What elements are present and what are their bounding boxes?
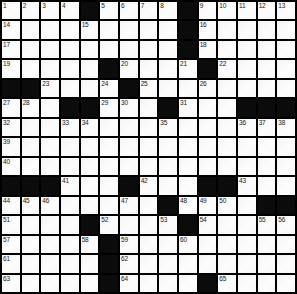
cell-r2c8[interactable]: [140, 21, 158, 38]
cell-r1c13[interactable]: 11: [238, 2, 256, 19]
cell-r3c14[interactable]: [258, 41, 276, 58]
cell-r1c7[interactable]: 6: [120, 2, 138, 19]
cell-r11c7[interactable]: 47: [120, 197, 138, 214]
cell-r15c1[interactable]: 63: [2, 275, 20, 292]
cell-r15c13[interactable]: [238, 275, 256, 292]
cell-r9c6[interactable]: [100, 158, 118, 175]
clue-number: 27: [3, 99, 10, 106]
cell-r13c15[interactable]: [277, 236, 295, 253]
cell-r5c4[interactable]: [61, 80, 79, 97]
clue-number: 54: [200, 216, 207, 223]
cell-r13c11[interactable]: [199, 236, 217, 253]
black-square-r6c5: [81, 99, 99, 116]
cell-r13c2[interactable]: [22, 236, 40, 253]
cell-r10c13[interactable]: 43: [238, 177, 256, 194]
cell-r5c12[interactable]: [218, 80, 236, 97]
cell-r7c1[interactable]: 32: [2, 119, 20, 136]
clue-number: 40: [3, 158, 10, 165]
clue-number: 60: [180, 236, 187, 243]
cell-r4c15[interactable]: [277, 60, 295, 77]
cell-r15c9[interactable]: [159, 275, 177, 292]
cell-r4c8[interactable]: [140, 60, 158, 77]
cell-r11c8[interactable]: [140, 197, 158, 214]
cell-r5c8[interactable]: 25: [140, 80, 158, 97]
clue-number: 26: [200, 80, 207, 87]
clue-number: 34: [82, 119, 89, 126]
cell-r11c10[interactable]: 48: [179, 197, 197, 214]
cell-r1c12[interactable]: 10: [218, 2, 236, 19]
black-square-r11c15: [277, 197, 295, 214]
black-square-r6c9: [159, 99, 177, 116]
cell-r8c11[interactable]: [199, 138, 217, 155]
cell-r1c15[interactable]: 13: [277, 2, 295, 19]
crossword-grid: 1234567891011121314151617181920212223242…: [0, 0, 297, 294]
cell-r3c3[interactable]: [41, 41, 59, 58]
cell-r3c9[interactable]: [159, 41, 177, 58]
cell-r9c8[interactable]: [140, 158, 158, 175]
clue-number: 35: [160, 119, 167, 126]
black-square-r12c5: [81, 216, 99, 233]
cell-r14c11[interactable]: [199, 255, 217, 272]
black-square-r3c10: [179, 41, 197, 58]
cell-r4c12[interactable]: 22: [218, 60, 236, 77]
cell-r5c6[interactable]: 24: [100, 80, 118, 97]
black-square-r1c10: [179, 2, 197, 19]
cell-r5c14[interactable]: [258, 80, 276, 97]
cell-r14c2[interactable]: [22, 255, 40, 272]
cell-r4c4[interactable]: [61, 60, 79, 77]
cell-r9c4[interactable]: [61, 158, 79, 175]
clue-number: 32: [3, 119, 10, 126]
clue-number: 29: [101, 99, 108, 106]
cell-r9c7[interactable]: [120, 158, 138, 175]
black-square-r10c2: [22, 177, 40, 194]
cell-r11c4[interactable]: [61, 197, 79, 214]
black-square-r13c6: [100, 236, 118, 253]
cell-r5c5[interactable]: [81, 80, 99, 97]
cell-r4c9[interactable]: [159, 60, 177, 77]
cell-r15c3[interactable]: [41, 275, 59, 292]
clue-number: 7: [141, 2, 144, 9]
cell-r5c13[interactable]: [238, 80, 256, 97]
cell-r15c7[interactable]: 64: [120, 275, 138, 292]
cell-r6c6[interactable]: 29: [100, 99, 118, 116]
clue-number: 50: [219, 197, 226, 204]
cell-r14c8[interactable]: [140, 255, 158, 272]
cell-r7c9[interactable]: 35: [159, 119, 177, 136]
cell-r8c14[interactable]: [258, 138, 276, 155]
cell-r4c7[interactable]: 20: [120, 60, 138, 77]
cell-r14c7[interactable]: 62: [120, 255, 138, 272]
cell-r8c9[interactable]: [159, 138, 177, 155]
cell-r3c12[interactable]: [218, 41, 236, 58]
clue-number: 42: [141, 177, 148, 184]
cell-r7c7[interactable]: [120, 119, 138, 136]
clue-number: 36: [239, 119, 246, 126]
cell-r10c10[interactable]: [179, 177, 197, 194]
black-square-r10c12: [218, 177, 236, 194]
cell-r7c11[interactable]: [199, 119, 217, 136]
clue-number: 46: [42, 197, 49, 204]
cell-r13c5[interactable]: 58: [81, 236, 99, 253]
cell-r2c4[interactable]: [61, 21, 79, 38]
clue-number: 56: [278, 216, 285, 223]
cell-r9c1[interactable]: 40: [2, 158, 20, 175]
clue-number: 47: [121, 197, 128, 204]
black-square-r5c1: [2, 80, 20, 97]
cell-r11c13[interactable]: [238, 197, 256, 214]
clue-number: 38: [278, 119, 285, 126]
cell-r8c12[interactable]: [218, 138, 236, 155]
black-square-r15c11: [199, 275, 217, 292]
clue-number: 6: [121, 2, 124, 9]
clue-number: 17: [3, 41, 10, 48]
cell-r3c11[interactable]: 18: [199, 41, 217, 58]
clue-number: 58: [82, 236, 89, 243]
cell-r14c1[interactable]: 61: [2, 255, 20, 272]
cell-r6c2[interactable]: 28: [22, 99, 40, 116]
cell-r8c10[interactable]: [179, 138, 197, 155]
black-square-r10c7: [120, 177, 138, 194]
cell-r2c12[interactable]: [218, 21, 236, 38]
cell-r11c6[interactable]: [100, 197, 118, 214]
cell-r10c15[interactable]: [277, 177, 295, 194]
cell-r1c4[interactable]: 4: [61, 2, 79, 19]
black-square-r12c10: [179, 216, 197, 233]
cell-r11c12[interactable]: 50: [218, 197, 236, 214]
cell-r1c3[interactable]: 3: [41, 2, 59, 19]
cell-r6c12[interactable]: [218, 99, 236, 116]
black-square-r6c13: [238, 99, 256, 116]
cell-r15c10[interactable]: [179, 275, 197, 292]
clue-number: 2: [23, 2, 26, 9]
cell-r6c10[interactable]: 31: [179, 99, 197, 116]
black-square-r5c2: [22, 80, 40, 97]
cell-r13c8[interactable]: [140, 236, 158, 253]
clue-number: 24: [101, 80, 108, 87]
cell-r1c1[interactable]: 1: [2, 2, 20, 19]
cell-r13c4[interactable]: [61, 236, 79, 253]
cell-r8c4[interactable]: [61, 138, 79, 155]
clue-number: 3: [42, 2, 45, 9]
cell-r15c15[interactable]: [277, 275, 295, 292]
cell-r4c2[interactable]: [22, 60, 40, 77]
black-square-r10c3: [41, 177, 59, 194]
cell-r8c15[interactable]: [277, 138, 295, 155]
clue-number: 8: [160, 2, 163, 9]
cell-r12c12[interactable]: [218, 216, 236, 233]
cell-r14c13[interactable]: [238, 255, 256, 272]
cell-r7c6[interactable]: [100, 119, 118, 136]
cell-r10c4[interactable]: 41: [61, 177, 79, 194]
cell-r10c14[interactable]: [258, 177, 276, 194]
clue-number: 4: [62, 2, 65, 9]
cell-r5c9[interactable]: [159, 80, 177, 97]
cell-r13c3[interactable]: [41, 236, 59, 253]
black-square-r1c5: [81, 2, 99, 19]
cell-r7c13[interactable]: 36: [238, 119, 256, 136]
cell-r11c5[interactable]: [81, 197, 99, 214]
clue-number: 33: [62, 119, 69, 126]
clue-number: 22: [219, 60, 226, 67]
clue-number: 63: [3, 275, 10, 282]
clue-number: 37: [259, 119, 266, 126]
cell-r12c6[interactable]: 52: [100, 216, 118, 233]
cell-r2c9[interactable]: [159, 21, 177, 38]
black-square-r10c11: [199, 177, 217, 194]
clue-number: 10: [219, 2, 226, 9]
cell-r8c7[interactable]: [120, 138, 138, 155]
cell-r7c15[interactable]: 38: [277, 119, 295, 136]
cell-r7c10[interactable]: [179, 119, 197, 136]
cell-r14c9[interactable]: [159, 255, 177, 272]
cell-r13c12[interactable]: [218, 236, 236, 253]
cell-r13c1[interactable]: 57: [2, 236, 20, 253]
cell-r4c14[interactable]: [258, 60, 276, 77]
cell-r9c13[interactable]: [238, 158, 256, 175]
clue-number: 57: [3, 236, 10, 243]
clue-number: 9: [200, 2, 203, 9]
clue-number: 61: [3, 255, 10, 262]
cell-r2c2[interactable]: [22, 21, 40, 38]
cell-r7c14[interactable]: 37: [258, 119, 276, 136]
cell-r5c3[interactable]: 23: [41, 80, 59, 97]
cell-r7c3[interactable]: [41, 119, 59, 136]
cell-r6c8[interactable]: [140, 99, 158, 116]
cell-r12c4[interactable]: [61, 216, 79, 233]
clue-number: 28: [23, 99, 30, 106]
cell-r1c2[interactable]: 2: [22, 2, 40, 19]
cell-r2c6[interactable]: [100, 21, 118, 38]
cell-r14c15[interactable]: [277, 255, 295, 272]
black-square-r5c7: [120, 80, 138, 97]
clue-number: 1: [3, 2, 6, 9]
clue-number: 20: [121, 60, 128, 67]
black-square-r2c10: [179, 21, 197, 38]
cell-r4c5[interactable]: [81, 60, 99, 77]
cell-r2c7[interactable]: [120, 21, 138, 38]
cell-r2c11[interactable]: 16: [199, 21, 217, 38]
cell-r11c11[interactable]: 49: [199, 197, 217, 214]
cell-r11c1[interactable]: 44: [2, 197, 20, 214]
cell-r1c8[interactable]: 7: [140, 2, 158, 19]
cell-r15c2[interactable]: [22, 275, 40, 292]
cell-r12c8[interactable]: [140, 216, 158, 233]
cell-r2c15[interactable]: [277, 21, 295, 38]
cell-r8c1[interactable]: 39: [2, 138, 20, 155]
clue-number: 51: [3, 216, 10, 223]
cell-r3c4[interactable]: [61, 41, 79, 58]
clue-number: 64: [121, 275, 128, 282]
cell-r1c11[interactable]: 9: [199, 2, 217, 19]
black-square-r6c14: [258, 99, 276, 116]
cell-r7c12[interactable]: [218, 119, 236, 136]
clue-number: 23: [42, 80, 49, 87]
cell-r12c7[interactable]: [120, 216, 138, 233]
cell-r13c10[interactable]: 60: [179, 236, 197, 253]
clue-number: 62: [121, 255, 128, 262]
black-square-r14c6: [100, 255, 118, 272]
cell-r1c6[interactable]: 5: [100, 2, 118, 19]
cell-r6c11[interactable]: [199, 99, 217, 116]
cell-r1c9[interactable]: 8: [159, 2, 177, 19]
cell-r14c12[interactable]: [218, 255, 236, 272]
cell-r8c8[interactable]: [140, 138, 158, 155]
clue-number: 45: [23, 197, 30, 204]
clue-number: 31: [180, 99, 187, 106]
cell-r8c13[interactable]: [238, 138, 256, 155]
cell-r3c1[interactable]: 17: [2, 41, 20, 58]
cell-r6c7[interactable]: 30: [120, 99, 138, 116]
clue-number: 39: [3, 138, 10, 145]
cell-r7c8[interactable]: [140, 119, 158, 136]
clue-number: 59: [121, 236, 128, 243]
cell-r7c4[interactable]: 33: [61, 119, 79, 136]
cell-r9c14[interactable]: [258, 158, 276, 175]
cell-r14c3[interactable]: [41, 255, 59, 272]
clue-number: 16: [200, 21, 207, 28]
clue-number: 48: [180, 197, 187, 204]
cell-r15c5[interactable]: [81, 275, 99, 292]
cell-r9c15[interactable]: [277, 158, 295, 175]
cell-r14c4[interactable]: [61, 255, 79, 272]
cell-r10c9[interactable]: [159, 177, 177, 194]
cell-r3c13[interactable]: [238, 41, 256, 58]
cell-r1c14[interactable]: 12: [258, 2, 276, 19]
cell-r14c10[interactable]: [179, 255, 197, 272]
cell-r3c5[interactable]: [81, 41, 99, 58]
cell-r10c6[interactable]: [100, 177, 118, 194]
cell-r15c4[interactable]: [61, 275, 79, 292]
cell-r9c10[interactable]: [179, 158, 197, 175]
clue-number: 53: [160, 216, 167, 223]
black-square-r4c6: [100, 60, 118, 77]
cell-r3c8[interactable]: [140, 41, 158, 58]
cell-r3c2[interactable]: [22, 41, 40, 58]
cell-r15c14[interactable]: [258, 275, 276, 292]
cell-r9c11[interactable]: [199, 158, 217, 175]
cell-r8c5[interactable]: [81, 138, 99, 155]
cell-r2c13[interactable]: [238, 21, 256, 38]
cell-r3c6[interactable]: [100, 41, 118, 58]
clue-number: 43: [239, 177, 246, 184]
cell-r12c11[interactable]: 54: [199, 216, 217, 233]
clue-number: 41: [62, 177, 69, 184]
cell-r13c13[interactable]: [238, 236, 256, 253]
clue-number: 49: [200, 197, 207, 204]
black-square-r11c14: [258, 197, 276, 214]
clue-number: 11: [239, 2, 245, 9]
clue-number: 19: [3, 60, 10, 67]
clue-number: 65: [219, 275, 226, 282]
cell-r11c3[interactable]: 46: [41, 197, 59, 214]
cell-r12c3[interactable]: [41, 216, 59, 233]
clue-number: 13: [278, 2, 285, 9]
cell-r9c3[interactable]: [41, 158, 59, 175]
cell-r4c13[interactable]: [238, 60, 256, 77]
cell-r12c2[interactable]: [22, 216, 40, 233]
black-square-r10c1: [2, 177, 20, 194]
cell-r8c3[interactable]: [41, 138, 59, 155]
cell-r7c2[interactable]: [22, 119, 40, 136]
black-square-r6c4: [61, 99, 79, 116]
cell-r6c1[interactable]: 27: [2, 99, 20, 116]
clue-number: 5: [101, 2, 104, 9]
cell-r8c2[interactable]: [22, 138, 40, 155]
cell-r2c5[interactable]: 15: [81, 21, 99, 38]
clue-number: 15: [82, 21, 89, 28]
cell-r3c7[interactable]: [120, 41, 138, 58]
cell-r6c3[interactable]: [41, 99, 59, 116]
cell-r14c5[interactable]: [81, 255, 99, 272]
black-square-r6c15: [277, 99, 295, 116]
crossword-puzzle: 1234567891011121314151617181920212223242…: [0, 0, 297, 294]
cell-r15c8[interactable]: [140, 275, 158, 292]
cell-r3c15[interactable]: [277, 41, 295, 58]
clue-number: 55: [259, 216, 266, 223]
cell-r12c13[interactable]: [238, 216, 256, 233]
clue-number: 25: [141, 80, 148, 87]
cell-r13c14[interactable]: [258, 236, 276, 253]
clue-number: 14: [3, 21, 10, 28]
cell-r12c9[interactable]: 53: [159, 216, 177, 233]
cell-r9c5[interactable]: [81, 158, 99, 175]
cell-r2c14[interactable]: [258, 21, 276, 38]
clue-number: 12: [259, 2, 266, 9]
black-square-r4c11: [199, 60, 217, 77]
cell-r4c10[interactable]: 21: [179, 60, 197, 77]
cell-r7c5[interactable]: 34: [81, 119, 99, 136]
cell-r10c5[interactable]: [81, 177, 99, 194]
cell-r15c12[interactable]: 65: [218, 275, 236, 292]
cell-r4c1[interactable]: 19: [2, 60, 20, 77]
clue-number: 30: [121, 99, 128, 106]
cell-r13c9[interactable]: [159, 236, 177, 253]
clue-number: 44: [3, 197, 10, 204]
cell-r11c2[interactable]: 45: [22, 197, 40, 214]
black-square-r15c6: [100, 275, 118, 292]
cell-r13c7[interactable]: 59: [120, 236, 138, 253]
cell-r5c15[interactable]: [277, 80, 295, 97]
cell-r12c1[interactable]: 51: [2, 216, 20, 233]
cell-r2c3[interactable]: [41, 21, 59, 38]
cell-r8c6[interactable]: [100, 138, 118, 155]
black-square-r11c9: [159, 197, 177, 214]
clue-number: 18: [200, 41, 207, 48]
cell-r12c14[interactable]: 55: [258, 216, 276, 233]
cell-r2c1[interactable]: 14: [2, 21, 20, 38]
cell-r10c8[interactable]: 42: [140, 177, 158, 194]
cell-r4c3[interactable]: [41, 60, 59, 77]
cell-r9c12[interactable]: [218, 158, 236, 175]
cell-r5c11[interactable]: 26: [199, 80, 217, 97]
clue-number: 52: [101, 216, 108, 223]
clue-number: 21: [180, 60, 187, 67]
cell-r9c2[interactable]: [22, 158, 40, 175]
cell-r5c10[interactable]: [179, 80, 197, 97]
cell-r12c15[interactable]: 56: [277, 216, 295, 233]
cell-r14c14[interactable]: [258, 255, 276, 272]
cell-r9c9[interactable]: [159, 158, 177, 175]
